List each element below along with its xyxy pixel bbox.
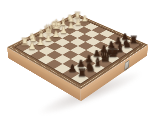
black-rook[interactable]: ♜: [72, 68, 90, 79]
white-pawn[interactable]: ♟: [23, 42, 39, 51]
